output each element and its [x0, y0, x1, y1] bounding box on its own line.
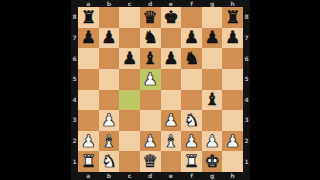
square-a6[interactable] [78, 48, 99, 69]
white-bishop[interactable]: ♝ [101, 133, 116, 150]
white-king[interactable]: ♚ [204, 153, 219, 170]
square-a7[interactable]: ♟ [78, 28, 99, 49]
square-c7[interactable] [119, 28, 140, 49]
square-f2[interactable]: ♟ [181, 131, 202, 152]
file-label-e: e [161, 172, 182, 180]
black-pawn[interactable]: ♟ [184, 29, 199, 46]
square-g8[interactable] [202, 7, 223, 28]
file-label-h: h [222, 172, 243, 180]
square-e4[interactable] [161, 90, 182, 111]
rank-label-2: 2 [243, 131, 250, 152]
file-label-b: b [99, 0, 120, 7]
rank-labels-right: 87654321 [243, 7, 250, 172]
rank-label-1: 1 [243, 151, 250, 172]
square-g5[interactable] [202, 69, 223, 90]
black-pawn[interactable]: ♟ [204, 29, 219, 46]
square-h7[interactable]: ♟ [222, 28, 243, 49]
square-a3[interactable] [78, 110, 99, 131]
rank-labels-left: 87654321 [71, 7, 78, 172]
rank-label-4: 4 [71, 90, 78, 111]
black-pawn[interactable]: ♟ [163, 50, 178, 67]
square-c3[interactable] [119, 110, 140, 131]
square-f1[interactable]: ♜ [181, 151, 202, 172]
rank-label-8: 8 [243, 7, 250, 28]
square-f4[interactable] [181, 90, 202, 111]
square-d3[interactable] [140, 110, 161, 131]
black-rook[interactable]: ♜ [225, 9, 240, 26]
white-bishop[interactable]: ♝ [163, 133, 178, 150]
letterbox-background: abcdefgh 87654321 ♜♛♚♜♟♟♞♟♟♟♟♝♟♞♟♝♟♟♞♟♝♟… [0, 0, 320, 180]
file-label-c: c [119, 172, 140, 180]
rank-label-1: 1 [71, 151, 78, 172]
rank-label-7: 7 [243, 28, 250, 49]
file-label-c: c [119, 0, 140, 7]
square-a5[interactable] [78, 69, 99, 90]
square-h5[interactable] [222, 69, 243, 90]
rank-label-4: 4 [243, 90, 250, 111]
rank-label-8: 8 [71, 7, 78, 28]
square-b3[interactable]: ♟ [99, 110, 120, 131]
square-h8[interactable]: ♜ [222, 7, 243, 28]
square-f8[interactable] [181, 7, 202, 28]
file-label-f: f [181, 172, 202, 180]
square-a1[interactable]: ♜ [78, 151, 99, 172]
rank-label-6: 6 [243, 48, 250, 69]
square-d7[interactable]: ♞ [140, 28, 161, 49]
square-b5[interactable] [99, 69, 120, 90]
black-pawn[interactable]: ♟ [101, 29, 116, 46]
rank-label-5: 5 [243, 69, 250, 90]
square-g6[interactable] [202, 48, 223, 69]
chess-board: abcdefgh 87654321 ♜♛♚♜♟♟♞♟♟♟♟♝♟♞♟♝♟♟♞♟♝♟… [71, 0, 250, 180]
square-e1[interactable] [161, 151, 182, 172]
square-d1[interactable]: ♛ [140, 151, 161, 172]
file-label-d: d [140, 172, 161, 180]
white-rook[interactable]: ♜ [184, 153, 199, 170]
rank-label-2: 2 [71, 131, 78, 152]
file-labels-bottom: abcdefgh [78, 172, 243, 180]
file-label-a: a [78, 0, 99, 7]
white-pawn[interactable]: ♟ [225, 133, 240, 150]
white-knight[interactable]: ♞ [101, 153, 116, 170]
square-f6[interactable]: ♞ [181, 48, 202, 69]
square-b2[interactable]: ♝ [99, 131, 120, 152]
square-c2[interactable] [119, 131, 140, 152]
square-b7[interactable]: ♟ [99, 28, 120, 49]
square-d4[interactable] [140, 90, 161, 111]
white-knight[interactable]: ♞ [184, 112, 199, 129]
black-bishop[interactable]: ♝ [204, 91, 219, 108]
white-pawn[interactable]: ♟ [204, 133, 219, 150]
square-c6[interactable]: ♟ [119, 48, 140, 69]
square-h2[interactable]: ♟ [222, 131, 243, 152]
square-f3[interactable]: ♞ [181, 110, 202, 131]
black-knight[interactable]: ♞ [184, 50, 199, 67]
square-a8[interactable]: ♜ [78, 7, 99, 28]
file-label-h: h [222, 0, 243, 7]
square-e5[interactable] [161, 69, 182, 90]
square-b6[interactable] [99, 48, 120, 69]
square-d2[interactable]: ♟ [140, 131, 161, 152]
square-h1[interactable] [222, 151, 243, 172]
square-b1[interactable]: ♞ [99, 151, 120, 172]
square-a4[interactable] [78, 90, 99, 111]
white-pawn[interactable]: ♟ [101, 112, 116, 129]
square-c8[interactable] [119, 7, 140, 28]
square-b8[interactable] [99, 7, 120, 28]
black-pawn[interactable]: ♟ [122, 50, 137, 67]
board-squares: ♜♛♚♜♟♟♞♟♟♟♟♝♟♞♟♝♟♟♞♟♝♟♝♟♟♟♜♞♛♜♚ [78, 7, 243, 172]
file-label-f: f [181, 0, 202, 7]
square-d8[interactable]: ♛ [140, 7, 161, 28]
square-h4[interactable] [222, 90, 243, 111]
file-label-g: g [202, 172, 223, 180]
square-f7[interactable]: ♟ [181, 28, 202, 49]
rank-label-7: 7 [71, 28, 78, 49]
square-e7[interactable] [161, 28, 182, 49]
white-pawn[interactable]: ♟ [143, 71, 158, 88]
file-label-b: b [99, 172, 120, 180]
rank-label-3: 3 [243, 110, 250, 131]
rank-label-5: 5 [71, 69, 78, 90]
square-d6[interactable]: ♝ [140, 48, 161, 69]
square-c5[interactable] [119, 69, 140, 90]
square-g2[interactable]: ♟ [202, 131, 223, 152]
square-g1[interactable]: ♚ [202, 151, 223, 172]
file-labels-top: abcdefgh [78, 0, 243, 7]
square-h6[interactable] [222, 48, 243, 69]
square-f5[interactable] [181, 69, 202, 90]
file-label-d: d [140, 0, 161, 7]
rank-label-6: 6 [71, 48, 78, 69]
white-pawn[interactable]: ♟ [81, 133, 96, 150]
square-e2[interactable]: ♝ [161, 131, 182, 152]
square-g4[interactable]: ♝ [202, 90, 223, 111]
black-rook[interactable]: ♜ [81, 9, 96, 26]
square-b4[interactable] [99, 90, 120, 111]
white-rook[interactable]: ♜ [81, 153, 96, 170]
file-label-g: g [202, 0, 223, 7]
black-pawn[interactable]: ♟ [81, 29, 96, 46]
square-g3[interactable] [202, 110, 223, 131]
square-c4[interactable] [119, 90, 140, 111]
white-pawn[interactable]: ♟ [143, 133, 158, 150]
white-queen[interactable]: ♛ [143, 153, 158, 170]
black-bishop[interactable]: ♝ [143, 50, 158, 67]
square-g7[interactable]: ♟ [202, 28, 223, 49]
square-a2[interactable]: ♟ [78, 131, 99, 152]
black-knight[interactable]: ♞ [143, 29, 158, 46]
black-pawn[interactable]: ♟ [225, 29, 240, 46]
rank-label-3: 3 [71, 110, 78, 131]
square-e6[interactable]: ♟ [161, 48, 182, 69]
square-c1[interactable] [119, 151, 140, 172]
square-e3[interactable]: ♟ [161, 110, 182, 131]
square-d5[interactable]: ♟ [140, 69, 161, 90]
square-h3[interactable] [222, 110, 243, 131]
black-king[interactable]: ♚ [163, 9, 178, 26]
square-e8[interactable]: ♚ [161, 7, 182, 28]
file-label-e: e [161, 0, 182, 7]
white-pawn[interactable]: ♟ [184, 133, 199, 150]
black-queen[interactable]: ♛ [143, 9, 158, 26]
file-label-a: a [78, 172, 99, 180]
white-pawn[interactable]: ♟ [163, 112, 178, 129]
